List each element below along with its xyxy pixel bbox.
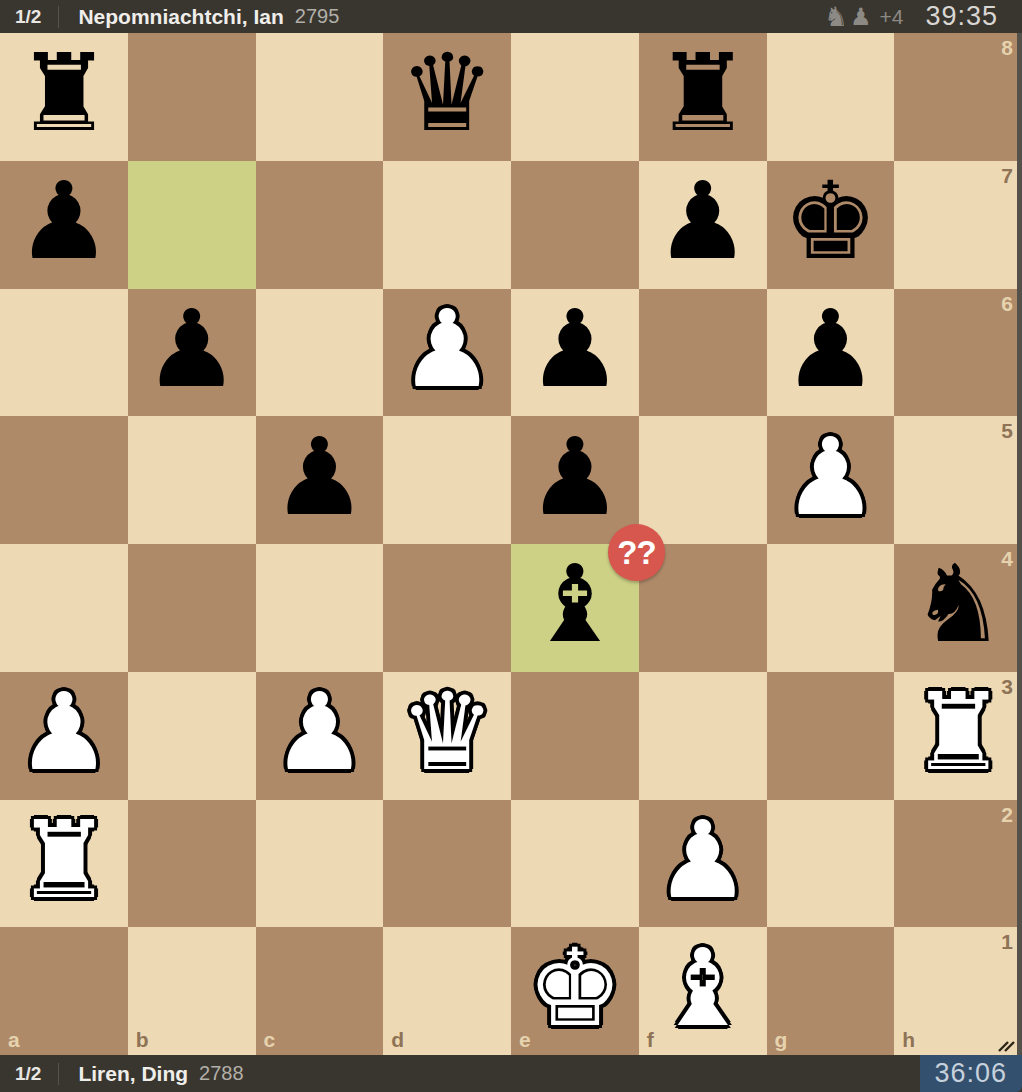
piece-black-pawn-c5[interactable]: ♟ — [271, 424, 367, 531]
square-e1[interactable]: ♚e — [511, 927, 639, 1055]
square-d7[interactable] — [383, 161, 511, 289]
square-e7[interactable] — [511, 161, 639, 289]
square-f6[interactable] — [639, 289, 767, 417]
square-a4[interactable] — [0, 544, 128, 672]
square-a8[interactable]: ♜ — [0, 33, 128, 161]
square-c8[interactable] — [256, 33, 384, 161]
square-b4[interactable] — [128, 544, 256, 672]
piece-white-pawn-g5[interactable]: ♟ — [782, 424, 878, 531]
file-label-e: e — [519, 1028, 531, 1052]
square-d5[interactable] — [383, 416, 511, 544]
piece-white-pawn-f2[interactable]: ♟ — [655, 807, 751, 914]
bottom-clock: 36:06 — [920, 1055, 1022, 1092]
square-f1[interactable]: ♝f — [639, 927, 767, 1055]
square-b8[interactable] — [128, 33, 256, 161]
piece-black-pawn-g6[interactable]: ♟ — [782, 296, 878, 403]
piece-black-queen-d8[interactable]: ♛ — [399, 40, 495, 147]
bottom-player-bar: 1/2 Liren, Ding 2788 36:06 — [0, 1055, 1022, 1092]
square-g7[interactable]: ♚ — [767, 161, 895, 289]
square-c6[interactable] — [256, 289, 384, 417]
square-f3[interactable] — [639, 672, 767, 800]
square-h6[interactable]: 6 — [894, 289, 1022, 417]
bottom-player-name: Liren, Ding — [78, 1062, 188, 1086]
piece-black-pawn-b6[interactable]: ♟ — [144, 296, 240, 403]
top-player-rating: 2795 — [295, 5, 340, 28]
top-clock: 39:35 — [925, 1, 1022, 32]
square-e4[interactable]: ♝?? — [511, 544, 639, 672]
rank-label-7: 7 — [1001, 164, 1013, 188]
rank-label-6: 6 — [1001, 292, 1013, 316]
square-d3[interactable]: ♛ — [383, 672, 511, 800]
file-label-d: d — [391, 1028, 404, 1052]
broadcast-board-view: 1/2 Nepomniachtchi, Ian 2795 ♞ ♟ +4 39:3… — [0, 0, 1022, 1092]
piece-black-rook-f8[interactable]: ♜ — [655, 40, 751, 147]
piece-white-pawn-c3[interactable]: ♟ — [271, 679, 367, 786]
square-b6[interactable]: ♟ — [128, 289, 256, 417]
square-a7[interactable]: ♟ — [0, 161, 128, 289]
piece-white-rook-h3[interactable]: ♜ — [910, 679, 1006, 786]
piece-white-pawn-a3[interactable]: ♟ — [16, 679, 112, 786]
board-edge-scrollbar — [1017, 33, 1022, 1055]
piece-black-bishop-e4[interactable]: ♝ — [527, 551, 623, 658]
rank-label-1: 1 — [1001, 930, 1013, 954]
top-player-score: 1/2 — [0, 6, 58, 28]
square-a6[interactable] — [0, 289, 128, 417]
square-d6[interactable]: ♟ — [383, 289, 511, 417]
piece-white-bishop-f1[interactable]: ♝ — [655, 935, 751, 1042]
top-player-bar: 1/2 Nepomniachtchi, Ian 2795 ♞ ♟ +4 39:3… — [0, 0, 1022, 33]
square-b2[interactable] — [128, 800, 256, 928]
square-e8[interactable] — [511, 33, 639, 161]
square-f7[interactable]: ♟ — [639, 161, 767, 289]
square-c1[interactable]: c — [256, 927, 384, 1055]
piece-black-pawn-a7[interactable]: ♟ — [16, 168, 112, 275]
square-b5[interactable] — [128, 416, 256, 544]
square-c5[interactable]: ♟ — [256, 416, 384, 544]
square-f8[interactable]: ♜ — [639, 33, 767, 161]
piece-white-king-e1[interactable]: ♚ — [527, 935, 623, 1042]
board: ♜♛♜8♟♟♚7♟♟♟♟6♟♟♟5♝??♞4♟♟♛♜3♜♟2abcd♚e♝fg1… — [0, 33, 1022, 1055]
square-e3[interactable] — [511, 672, 639, 800]
square-d4[interactable] — [383, 544, 511, 672]
file-label-f: f — [647, 1028, 654, 1052]
rank-label-2: 2 — [1001, 803, 1013, 827]
move-annotation-badge: ?? — [608, 524, 665, 581]
rank-label-8: 8 — [1001, 36, 1013, 60]
square-g4[interactable] — [767, 544, 895, 672]
square-c4[interactable] — [256, 544, 384, 672]
material-advantage: ♞ ♟ +4 — [824, 3, 904, 30]
bottom-player-score: 1/2 — [0, 1063, 58, 1085]
square-h8[interactable]: 8 — [894, 33, 1022, 161]
captured-knight-icon: ♞ — [824, 3, 848, 30]
square-d8[interactable]: ♛ — [383, 33, 511, 161]
piece-white-pawn-d6[interactable]: ♟ — [399, 296, 495, 403]
file-label-c: c — [264, 1028, 276, 1052]
square-e5[interactable]: ♟ — [511, 416, 639, 544]
top-player-name: Nepomniachtchi, Ian — [78, 5, 283, 29]
square-g8[interactable] — [767, 33, 895, 161]
square-b3[interactable] — [128, 672, 256, 800]
square-d1[interactable]: d — [383, 927, 511, 1055]
square-g2[interactable] — [767, 800, 895, 928]
square-a2[interactable]: ♜ — [0, 800, 128, 928]
bottom-player-rating: 2788 — [199, 1062, 244, 1085]
file-label-a: a — [8, 1028, 20, 1052]
material-advantage-value: +4 — [879, 5, 903, 29]
square-h3[interactable]: ♜3 — [894, 672, 1022, 800]
square-b7[interactable] — [128, 161, 256, 289]
square-g6[interactable]: ♟ — [767, 289, 895, 417]
square-a5[interactable] — [0, 416, 128, 544]
square-c7[interactable] — [256, 161, 384, 289]
square-h7[interactable]: 7 — [894, 161, 1022, 289]
piece-black-pawn-e5[interactable]: ♟ — [527, 424, 623, 531]
square-d2[interactable] — [383, 800, 511, 928]
piece-white-queen-d3[interactable]: ♛ — [399, 679, 495, 786]
square-b1[interactable]: b — [128, 927, 256, 1055]
square-e2[interactable] — [511, 800, 639, 928]
piece-black-rook-a8[interactable]: ♜ — [16, 40, 112, 147]
rank-label-4: 4 — [1001, 547, 1013, 571]
file-label-h: h — [902, 1028, 915, 1052]
file-label-b: b — [136, 1028, 149, 1052]
piece-black-pawn-f7[interactable]: ♟ — [655, 168, 751, 275]
board-resize-handle-icon[interactable] — [997, 1036, 1015, 1052]
square-c2[interactable] — [256, 800, 384, 928]
square-c3[interactable]: ♟ — [256, 672, 384, 800]
piece-black-king-g7[interactable]: ♚ — [782, 168, 878, 275]
square-g3[interactable] — [767, 672, 895, 800]
square-g1[interactable]: g — [767, 927, 895, 1055]
square-a1[interactable]: a — [0, 927, 128, 1055]
file-label-g: g — [775, 1028, 788, 1052]
rank-label-5: 5 — [1001, 419, 1013, 443]
rank-label-3: 3 — [1001, 675, 1013, 699]
square-h4[interactable]: ♞4 — [894, 544, 1022, 672]
square-h2[interactable]: 2 — [894, 800, 1022, 928]
captured-pawn-icon: ♟ — [850, 5, 872, 29]
square-f2[interactable]: ♟ — [639, 800, 767, 928]
square-g5[interactable]: ♟ — [767, 416, 895, 544]
piece-black-knight-h4[interactable]: ♞ — [910, 551, 1006, 658]
square-a3[interactable]: ♟ — [0, 672, 128, 800]
piece-white-rook-a2[interactable]: ♜ — [16, 807, 112, 914]
divider — [58, 6, 59, 28]
square-f5[interactable] — [639, 416, 767, 544]
divider — [58, 1063, 59, 1085]
piece-black-pawn-e6[interactable]: ♟ — [527, 296, 623, 403]
square-e6[interactable]: ♟ — [511, 289, 639, 417]
square-h5[interactable]: 5 — [894, 416, 1022, 544]
